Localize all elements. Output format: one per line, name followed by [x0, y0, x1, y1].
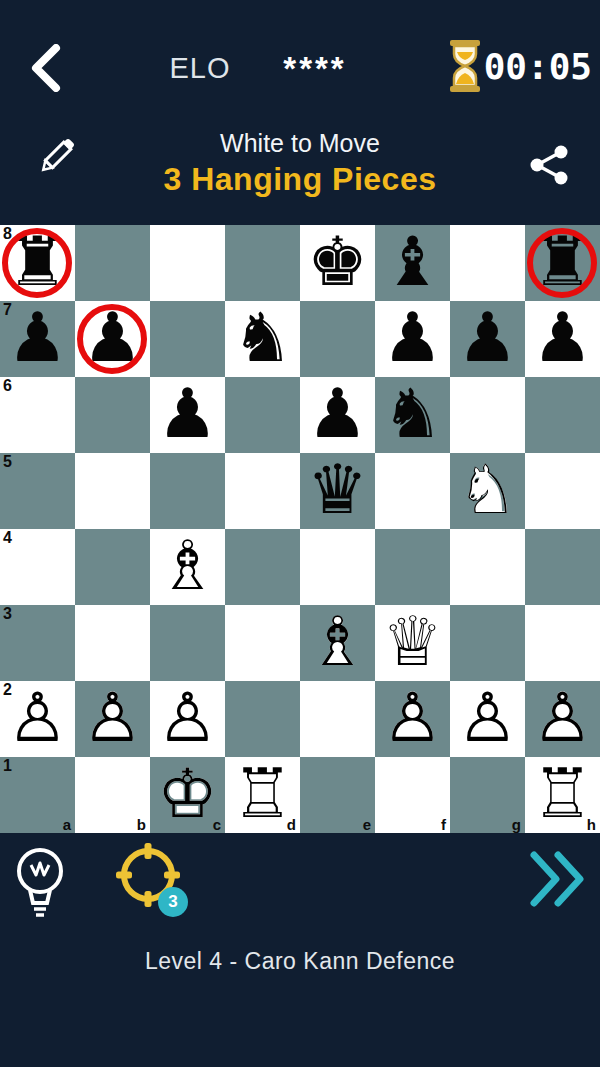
black-king-e8: ♚: [300, 225, 375, 301]
black-pawn-e6: ♟: [300, 377, 375, 453]
lightbulb-icon: [14, 845, 66, 925]
square-c6[interactable]: ♟: [150, 377, 225, 453]
square-b2[interactable]: ♟♙: [75, 681, 150, 757]
elo-rating-stars: ****: [255, 50, 375, 88]
white-bishop-c4: ♝♗: [150, 529, 225, 605]
square-d2[interactable]: [225, 681, 300, 757]
file-label-g: g: [512, 817, 521, 832]
square-g2[interactable]: ♟♙: [450, 681, 525, 757]
square-g3[interactable]: [450, 605, 525, 681]
hanging-piece-ring-b7: [77, 304, 147, 374]
top-bar: ELO **** 00:05: [0, 0, 600, 105]
square-h5[interactable]: [525, 453, 600, 529]
square-a7[interactable]: 7♟: [0, 301, 75, 377]
bottom-toolbar: 3: [0, 833, 600, 943]
square-f1[interactable]: f: [375, 757, 450, 833]
square-d8[interactable]: [225, 225, 300, 301]
chess-puzzle-screen: ELO **** 00:05 White to: [0, 0, 600, 1067]
file-label-b: b: [137, 817, 146, 832]
square-f6[interactable]: ♞: [375, 377, 450, 453]
square-f4[interactable]: [375, 529, 450, 605]
back-chevron-icon: [36, 48, 56, 88]
rank-label-4: 4: [3, 530, 12, 546]
fast-forward-icon: [528, 851, 588, 907]
square-c2[interactable]: ♟♙: [150, 681, 225, 757]
file-label-h: h: [587, 817, 596, 832]
square-a3[interactable]: 3: [0, 605, 75, 681]
level-caption: Level 4 - Caro Kann Defence: [0, 948, 600, 975]
square-f3[interactable]: ♛♕: [375, 605, 450, 681]
square-c8[interactable]: [150, 225, 225, 301]
square-b5[interactable]: [75, 453, 150, 529]
square-h4[interactable]: [525, 529, 600, 605]
square-h8[interactable]: ♜: [525, 225, 600, 301]
square-g5[interactable]: ♞♘: [450, 453, 525, 529]
white-queen-f3: ♛♕: [375, 605, 450, 681]
black-knight-d7: ♞: [225, 301, 300, 377]
hanging-piece-ring-a8: [2, 228, 72, 298]
square-d7[interactable]: ♞: [225, 301, 300, 377]
square-a4[interactable]: 4: [0, 529, 75, 605]
target-count-badge: 3: [158, 887, 188, 917]
white-pawn-c2: ♟♙: [150, 681, 225, 757]
timer: 00:05: [448, 38, 592, 94]
square-g7[interactable]: ♟: [450, 301, 525, 377]
square-e5[interactable]: ♛: [300, 453, 375, 529]
rank-label-8: 8: [3, 226, 12, 242]
file-label-c: c: [213, 817, 221, 832]
square-a1[interactable]: 1a: [0, 757, 75, 833]
black-pawn-f7: ♟: [375, 301, 450, 377]
square-e3[interactable]: ♝♗: [300, 605, 375, 681]
square-d6[interactable]: [225, 377, 300, 453]
square-f8[interactable]: ♝: [375, 225, 450, 301]
black-pawn-c6: ♟: [150, 377, 225, 453]
square-b6[interactable]: [75, 377, 150, 453]
square-b7[interactable]: ♟: [75, 301, 150, 377]
white-pawn-f2: ♟♙: [375, 681, 450, 757]
square-c3[interactable]: [150, 605, 225, 681]
square-d4[interactable]: [225, 529, 300, 605]
square-e7[interactable]: [300, 301, 375, 377]
black-bishop-f8: ♝: [375, 225, 450, 301]
square-c7[interactable]: [150, 301, 225, 377]
square-b4[interactable]: [75, 529, 150, 605]
puzzle-header: White to Move 3 Hanging Pieces: [0, 105, 600, 225]
square-d3[interactable]: [225, 605, 300, 681]
square-d1[interactable]: d♜♖: [225, 757, 300, 833]
black-pawn-b7: ♟: [75, 301, 150, 377]
white-bishop-e3: ♝♗: [300, 605, 375, 681]
hanging-piece-ring-h8: [527, 228, 597, 298]
file-label-f: f: [441, 817, 446, 832]
square-g4[interactable]: [450, 529, 525, 605]
rank-label-3: 3: [3, 606, 12, 622]
square-f2[interactable]: ♟♙: [375, 681, 450, 757]
rank-label-5: 5: [3, 454, 12, 470]
elo-label: ELO: [150, 52, 250, 85]
square-e8[interactable]: ♚: [300, 225, 375, 301]
square-f7[interactable]: ♟: [375, 301, 450, 377]
white-pawn-h2: ♟♙: [525, 681, 600, 757]
file-label-a: a: [63, 817, 71, 832]
rank-label-6: 6: [3, 378, 12, 394]
next-puzzle-button[interactable]: [528, 851, 588, 907]
square-c1[interactable]: c♚♔: [150, 757, 225, 833]
square-b1[interactable]: b: [75, 757, 150, 833]
share-icon: [530, 145, 568, 185]
square-d5[interactable]: [225, 453, 300, 529]
rank-label-1: 1: [3, 758, 12, 774]
hourglass-icon: [448, 40, 482, 92]
square-a8[interactable]: 8♜: [0, 225, 75, 301]
back-button[interactable]: [28, 44, 64, 92]
show-targets-button[interactable]: 3: [116, 843, 202, 927]
square-a2[interactable]: 2♟♙: [0, 681, 75, 757]
square-c5[interactable]: [150, 453, 225, 529]
white-knight-g5: ♞♘: [450, 453, 525, 529]
chess-board: 8♜♚♝♜7♟♟♞♟♟♟6♟♟♞5♛♞♘4♝♗3♝♗♛♕2♟♙♟♙♟♙♟♙♟♙♟…: [0, 225, 600, 833]
black-rook-h8: ♜: [525, 225, 600, 301]
square-e6[interactable]: ♟: [300, 377, 375, 453]
turn-indicator: White to Move: [0, 129, 600, 158]
square-g1[interactable]: g: [450, 757, 525, 833]
white-pawn-b2: ♟♙: [75, 681, 150, 757]
square-h7[interactable]: ♟: [525, 301, 600, 377]
white-pawn-g2: ♟♙: [450, 681, 525, 757]
rank-label-7: 7: [3, 302, 12, 318]
share-button[interactable]: [530, 145, 568, 185]
square-f5[interactable]: [375, 453, 450, 529]
square-h2[interactable]: ♟♙: [525, 681, 600, 757]
square-b8[interactable]: [75, 225, 150, 301]
rank-label-2: 2: [3, 682, 12, 698]
puzzle-goal: 3 Hanging Pieces: [0, 161, 600, 198]
square-a6[interactable]: 6: [0, 377, 75, 453]
file-label-d: d: [287, 817, 296, 832]
square-g6[interactable]: [450, 377, 525, 453]
square-h3[interactable]: [525, 605, 600, 681]
square-e4[interactable]: [300, 529, 375, 605]
square-a5[interactable]: 5: [0, 453, 75, 529]
square-b3[interactable]: [75, 605, 150, 681]
square-e2[interactable]: [300, 681, 375, 757]
black-knight-f6: ♞: [375, 377, 450, 453]
square-h1[interactable]: h♜♖: [525, 757, 600, 833]
square-e1[interactable]: e: [300, 757, 375, 833]
hint-button[interactable]: [14, 845, 66, 925]
black-queen-e5: ♛: [300, 453, 375, 529]
black-pawn-g7: ♟: [450, 301, 525, 377]
square-c4[interactable]: ♝♗: [150, 529, 225, 605]
timer-value: 00:05: [484, 46, 592, 87]
black-pawn-h7: ♟: [525, 301, 600, 377]
file-label-e: e: [363, 817, 371, 832]
square-h6[interactable]: [525, 377, 600, 453]
square-g8[interactable]: [450, 225, 525, 301]
